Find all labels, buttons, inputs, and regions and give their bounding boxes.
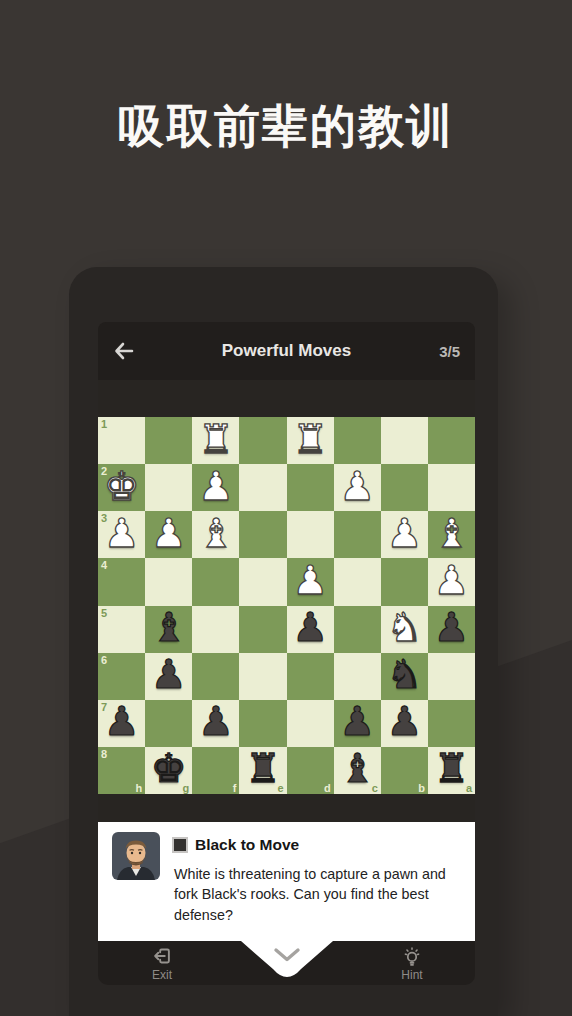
board-square[interactable]: ♝ xyxy=(192,511,239,558)
hint-button[interactable]: Hint xyxy=(372,941,452,985)
chess-piece[interactable]: ♞ xyxy=(386,607,422,647)
file-coordinate-label: h xyxy=(135,782,142,794)
board-square[interactable]: 5 xyxy=(98,606,145,653)
board-square[interactable]: ♝ xyxy=(145,606,192,653)
board-square[interactable]: ♟ xyxy=(381,700,428,747)
board-square[interactable]: ♟ xyxy=(428,558,475,605)
chess-piece[interactable]: ♜ xyxy=(198,419,234,459)
board-square[interactable]: f xyxy=(192,747,239,794)
board-square[interactable] xyxy=(381,464,428,511)
hint-lightbulb-icon xyxy=(401,945,423,967)
hint-label: Hint xyxy=(401,968,422,982)
board-square[interactable]: ♟ xyxy=(334,700,381,747)
chess-piece[interactable]: ♟ xyxy=(198,701,234,741)
board-square[interactable] xyxy=(192,606,239,653)
page-title: Powerful Moves xyxy=(98,341,475,361)
board-square[interactable]: ♟ xyxy=(192,700,239,747)
puzzle-description: White is threatening to capture a pawn a… xyxy=(174,864,466,925)
file-coordinate-label: b xyxy=(418,782,425,794)
board-square[interactable] xyxy=(287,653,334,700)
board-square[interactable]: b xyxy=(381,747,428,794)
chess-piece[interactable]: ♟ xyxy=(151,513,187,553)
board-square[interactable]: ♜ xyxy=(192,417,239,464)
board-square[interactable]: 6 xyxy=(98,653,145,700)
content-spacer xyxy=(98,380,475,417)
board-square[interactable] xyxy=(428,653,475,700)
chess-piece[interactable]: ♝ xyxy=(434,513,470,553)
back-arrow-icon xyxy=(113,340,135,362)
board-square[interactable]: ♟ xyxy=(192,464,239,511)
board-square[interactable]: ♞ xyxy=(381,653,428,700)
board-square[interactable] xyxy=(145,417,192,464)
back-button[interactable] xyxy=(112,339,136,363)
coach-avatar xyxy=(112,832,160,880)
board-square[interactable] xyxy=(239,700,286,747)
board-square[interactable]: ♟ xyxy=(145,653,192,700)
board-square[interactable] xyxy=(334,653,381,700)
exit-label: Exit xyxy=(152,968,172,982)
app-screen: Powerful Moves 3/5 1♜♜2♚♟♟3♟♟♝♟♝4♟♟5♝♟♞♟… xyxy=(98,322,475,985)
board-square[interactable]: 3♟ xyxy=(98,511,145,558)
rank-coordinate-label: 1 xyxy=(101,418,107,430)
board-square[interactable] xyxy=(381,558,428,605)
file-coordinate-label: f xyxy=(233,782,237,794)
board-square[interactable] xyxy=(381,417,428,464)
app-header: Powerful Moves 3/5 xyxy=(98,322,475,380)
chess-piece[interactable]: ♟ xyxy=(104,513,140,553)
chess-piece[interactable]: ♟ xyxy=(151,654,187,694)
bottom-toolbar: Exit Hint xyxy=(98,941,475,985)
board-square[interactable] xyxy=(145,464,192,511)
chess-piece[interactable]: ♟ xyxy=(292,607,328,647)
puzzle-progress: 3/5 xyxy=(439,343,460,360)
chess-piece[interactable]: ♟ xyxy=(339,466,375,506)
board-square[interactable] xyxy=(239,558,286,605)
exit-button[interactable]: Exit xyxy=(122,941,202,985)
exit-icon xyxy=(151,945,173,967)
board-square[interactable]: ♟ xyxy=(334,464,381,511)
rank-coordinate-label: 6 xyxy=(101,654,107,666)
board-square[interactable]: 1 xyxy=(98,417,145,464)
board-square[interactable] xyxy=(145,558,192,605)
rank-coordinate-label: 8 xyxy=(101,748,107,760)
board-square[interactable] xyxy=(239,417,286,464)
board-square[interactable] xyxy=(428,464,475,511)
board-square[interactable] xyxy=(239,653,286,700)
chess-piece[interactable]: ♞ xyxy=(386,654,422,694)
chess-piece[interactable]: ♟ xyxy=(198,466,234,506)
board-square[interactable]: 7♟ xyxy=(98,700,145,747)
board-square[interactable]: g♚ xyxy=(145,747,192,794)
chess-piece[interactable]: ♟ xyxy=(434,560,470,600)
file-coordinate-label: d xyxy=(324,782,331,794)
board-square[interactable]: c♝ xyxy=(334,747,381,794)
chess-piece[interactable]: ♟ xyxy=(339,701,375,741)
board-square[interactable]: d xyxy=(287,747,334,794)
board-square[interactable] xyxy=(239,606,286,653)
board-square[interactable] xyxy=(192,558,239,605)
board-square[interactable] xyxy=(334,558,381,605)
chess-piece[interactable]: ♜ xyxy=(292,419,328,459)
chess-piece[interactable]: ♝ xyxy=(339,748,375,788)
board-square[interactable]: a♜ xyxy=(428,747,475,794)
move-info-panel: Black to Move White is threatening to ca… xyxy=(98,822,475,941)
chess-piece[interactable]: ♝ xyxy=(198,513,234,553)
board-square[interactable]: ♟ xyxy=(287,558,334,605)
content-spacer xyxy=(98,794,475,822)
board-square[interactable] xyxy=(428,700,475,747)
board-square[interactable] xyxy=(287,511,334,558)
board-square[interactable]: ♟ xyxy=(428,606,475,653)
board-square[interactable]: ♝ xyxy=(428,511,475,558)
collapse-chevron-icon[interactable] xyxy=(272,947,302,963)
chess-piece[interactable]: ♚ xyxy=(151,748,187,788)
rank-coordinate-label: 4 xyxy=(101,559,107,571)
move-prompt-title: Black to Move xyxy=(195,836,299,854)
chess-piece[interactable]: ♟ xyxy=(386,701,422,741)
rank-coordinate-label: 5 xyxy=(101,607,107,619)
board-square[interactable]: e♜ xyxy=(239,747,286,794)
chess-piece[interactable]: ♟ xyxy=(104,701,140,741)
chess-piece[interactable]: ♟ xyxy=(434,607,470,647)
board-square[interactable] xyxy=(287,700,334,747)
board-square[interactable] xyxy=(239,511,286,558)
chess-piece[interactable]: ♚ xyxy=(104,466,140,506)
chess-board[interactable]: 1♜♜2♚♟♟3♟♟♝♟♝4♟♟5♝♟♞♟6♟♞7♟♟♟♟8hg♚fe♜dc♝b… xyxy=(98,417,475,794)
chess-piece[interactable]: ♟ xyxy=(292,560,328,600)
board-square[interactable] xyxy=(145,700,192,747)
board-square[interactable]: ♟ xyxy=(145,511,192,558)
board-square[interactable]: 8h xyxy=(98,747,145,794)
chess-piece[interactable]: ♜ xyxy=(434,748,470,788)
board-square[interactable]: ♟ xyxy=(381,511,428,558)
board-square[interactable]: ♜ xyxy=(287,417,334,464)
board-square[interactable] xyxy=(334,417,381,464)
board-square[interactable]: ♞ xyxy=(381,606,428,653)
board-square[interactable]: ♟ xyxy=(287,606,334,653)
board-square[interactable] xyxy=(239,464,286,511)
chess-piece[interactable]: ♜ xyxy=(245,748,281,788)
chess-piece[interactable]: ♟ xyxy=(386,513,422,553)
tablet-mockup: Powerful Moves 3/5 1♜♜2♚♟♟3♟♟♝♟♝4♟♟5♝♟♞♟… xyxy=(69,267,498,1016)
board-square[interactable]: 2♚ xyxy=(98,464,145,511)
board-square[interactable] xyxy=(428,417,475,464)
marketing-headline: 吸取前辈的教训 xyxy=(0,96,572,158)
board-square[interactable] xyxy=(287,464,334,511)
board-square[interactable] xyxy=(334,511,381,558)
board-square[interactable] xyxy=(192,653,239,700)
black-side-icon xyxy=(174,839,186,851)
board-square[interactable] xyxy=(334,606,381,653)
chess-piece[interactable]: ♝ xyxy=(151,607,187,647)
board-square[interactable]: 4 xyxy=(98,558,145,605)
